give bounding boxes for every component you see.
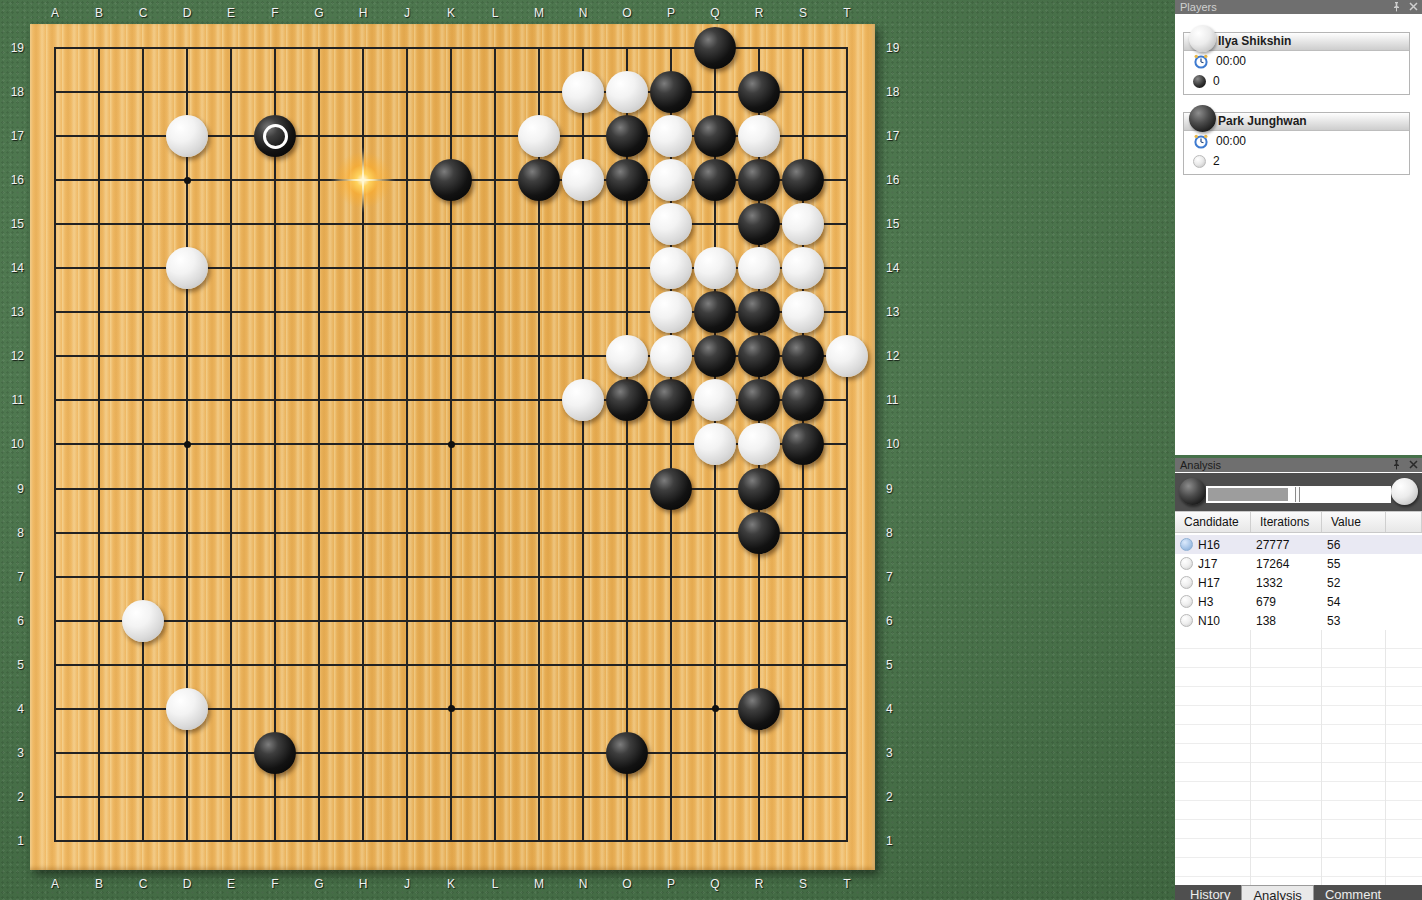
panel-tab-bar: History Analysis Comment xyxy=(1175,885,1422,900)
candidate-row-N10[interactable]: N1013853 xyxy=(1175,611,1422,630)
coordinate-label-top: K xyxy=(441,6,461,20)
grid-line xyxy=(54,840,848,842)
coordinate-label-top: J xyxy=(397,6,417,20)
white-stone-S15 xyxy=(782,203,824,245)
coordinate-label-left: 4 xyxy=(3,702,24,716)
coordinate-label-right: 18 xyxy=(886,85,910,99)
coordinate-label-right: 6 xyxy=(886,614,910,628)
candidate-row-J17[interactable]: J171726455 xyxy=(1175,554,1422,573)
column-separator xyxy=(1250,630,1251,885)
coordinate-label-top: L xyxy=(485,6,505,20)
black-stone-Q12 xyxy=(694,335,736,377)
black-stone-R16 xyxy=(738,159,780,201)
coordinate-label-left: 8 xyxy=(3,526,24,540)
tab-analysis[interactable]: Analysis xyxy=(1241,885,1313,900)
white-stone-Q14 xyxy=(694,247,736,289)
coordinate-label-right: 7 xyxy=(886,570,910,584)
coordinate-label-top: Q xyxy=(705,6,725,20)
coordinate-label-bottom: K xyxy=(441,877,461,891)
star-point xyxy=(184,441,191,448)
coordinate-label-left: 11 xyxy=(3,393,24,407)
black-stone-avatar xyxy=(1189,105,1216,132)
last-move-marker xyxy=(263,124,288,149)
coordinate-label-left: 16 xyxy=(3,173,24,187)
iterations-value: 138 xyxy=(1251,614,1322,628)
white-stone-S14 xyxy=(782,247,824,289)
coordinate-label-bottom: Q xyxy=(705,877,725,891)
coordinate-label-bottom: A xyxy=(45,877,65,891)
white-stone-P15 xyxy=(650,203,692,245)
player-time: 00:00 xyxy=(1216,134,1246,148)
white-stone-Q10 xyxy=(694,423,736,465)
grid-line xyxy=(54,576,848,578)
black-stone-Q19 xyxy=(694,27,736,69)
coordinate-label-top: C xyxy=(133,6,153,20)
players-panel-titlebar: Players xyxy=(1175,0,1422,14)
coordinate-label-top: A xyxy=(45,6,65,20)
white-stone-icon xyxy=(1391,478,1418,505)
white-stone-O12 xyxy=(606,335,648,377)
white-stone-M17 xyxy=(518,115,560,157)
captured-black-stone-icon xyxy=(1193,75,1206,88)
coordinate-label-bottom: J xyxy=(397,877,417,891)
coordinate-label-top: D xyxy=(177,6,197,20)
candidate-stone-icon xyxy=(1180,538,1193,551)
coordinate-label-right: 14 xyxy=(886,261,910,275)
black-stone-O16 xyxy=(606,159,648,201)
coordinate-label-top: G xyxy=(309,6,329,20)
coordinate-label-bottom: O xyxy=(617,877,637,891)
iterations-value: 17264 xyxy=(1251,557,1322,571)
white-stone-Q11 xyxy=(694,379,736,421)
analysis-panel-title: Analysis xyxy=(1180,458,1221,472)
grid-line xyxy=(54,664,848,666)
coordinate-label-left: 10 xyxy=(3,437,24,451)
coordinate-label-left: 2 xyxy=(3,790,24,804)
coordinate-label-top: H xyxy=(353,6,373,20)
black-stone-R13 xyxy=(738,291,780,333)
candidate-label: J17 xyxy=(1198,557,1217,571)
black-stone-Q17 xyxy=(694,115,736,157)
candidate-label: H3 xyxy=(1198,595,1213,609)
white-stone-D4 xyxy=(166,688,208,730)
star-point xyxy=(712,705,719,712)
value-value: 56 xyxy=(1322,538,1386,552)
black-stone-S11 xyxy=(782,379,824,421)
coordinate-label-right: 17 xyxy=(886,129,910,143)
candidate-row-H16[interactable]: H162777756 xyxy=(1175,535,1422,554)
winrate-fill xyxy=(1208,488,1288,501)
coordinate-label-left: 7 xyxy=(3,570,24,584)
iterations-value: 679 xyxy=(1251,595,1322,609)
coordinate-label-bottom: M xyxy=(529,877,549,891)
pin-icon[interactable] xyxy=(1391,459,1402,470)
black-stone-Q16 xyxy=(694,159,736,201)
coordinate-label-right: 8 xyxy=(886,526,910,540)
candidate-stone-icon xyxy=(1180,576,1193,589)
coordinate-label-left: 14 xyxy=(3,261,24,275)
iterations-value: 1332 xyxy=(1251,576,1322,590)
coordinate-label-top: M xyxy=(529,6,549,20)
black-stone-M16 xyxy=(518,159,560,201)
side-panel: Players Ilya Shikshin 00:00 xyxy=(1175,0,1422,900)
coordinate-label-bottom: F xyxy=(265,877,285,891)
white-stone-avatar xyxy=(1189,25,1216,52)
white-stone-R14 xyxy=(738,247,780,289)
coordinate-label-right: 9 xyxy=(886,482,910,496)
player-card-white: Ilya Shikshin 00:00 0 xyxy=(1183,32,1410,95)
analysis-panel-titlebar: Analysis xyxy=(1175,458,1422,472)
coordinate-label-right: 5 xyxy=(886,658,910,672)
white-stone-T12 xyxy=(826,335,868,377)
value-value: 55 xyxy=(1322,557,1386,571)
coordinate-label-right: 3 xyxy=(886,746,910,760)
white-stone-P14 xyxy=(650,247,692,289)
iterations-value: 27777 xyxy=(1251,538,1322,552)
black-stone-R9 xyxy=(738,468,780,510)
white-stone-N16 xyxy=(562,159,604,201)
candidate-label: H17 xyxy=(1198,576,1220,590)
white-stone-P12 xyxy=(650,335,692,377)
coordinate-label-right: 12 xyxy=(886,349,910,363)
black-stone-R15 xyxy=(738,203,780,245)
coordinate-label-bottom: D xyxy=(177,877,197,891)
clock-icon xyxy=(1193,53,1209,69)
column-separator xyxy=(1385,630,1386,885)
close-icon[interactable] xyxy=(1408,459,1419,470)
players-panel-title: Players xyxy=(1180,0,1217,14)
candidate-label: H16 xyxy=(1198,538,1220,552)
black-stone-icon xyxy=(1179,478,1206,505)
white-stone-S13 xyxy=(782,291,824,333)
star-point xyxy=(448,705,455,712)
coordinate-label-bottom: E xyxy=(221,877,241,891)
grid-line xyxy=(54,752,848,754)
coordinate-label-top: F xyxy=(265,6,285,20)
coordinate-label-left: 5 xyxy=(3,658,24,672)
black-stone-R8 xyxy=(738,512,780,554)
black-stone-R4 xyxy=(738,688,780,730)
column-header-candidate[interactable]: Candidate xyxy=(1175,512,1251,532)
grid-line xyxy=(54,532,848,534)
candidate-row-H17[interactable]: H17133252 xyxy=(1175,573,1422,592)
coordinate-label-bottom: T xyxy=(837,877,857,891)
winrate-strip xyxy=(1175,473,1422,511)
coordinate-label-right: 11 xyxy=(886,393,910,407)
coordinate-label-top: B xyxy=(89,6,109,20)
coordinate-label-bottom: G xyxy=(309,877,329,891)
coordinate-label-right: 16 xyxy=(886,173,910,187)
grid-line xyxy=(54,620,848,622)
tab-comment[interactable]: Comment xyxy=(1314,885,1392,900)
white-stone-N18 xyxy=(562,71,604,113)
coordinate-label-left: 18 xyxy=(3,85,24,99)
player-captures: 0 xyxy=(1213,74,1220,88)
star-point xyxy=(448,441,455,448)
coordinate-label-right: 2 xyxy=(886,790,910,804)
value-value: 53 xyxy=(1322,614,1386,628)
column-separator xyxy=(1321,630,1322,885)
value-value: 52 xyxy=(1322,576,1386,590)
candidate-stone-icon xyxy=(1180,595,1193,608)
coordinate-label-top: S xyxy=(793,6,813,20)
black-stone-S12 xyxy=(782,335,824,377)
go-app-window: AABBCCDDEEFFGGHHJJKKLLMMNNOOPPQQRRSSTT19… xyxy=(0,0,1422,900)
white-stone-O18 xyxy=(606,71,648,113)
coordinate-label-top: E xyxy=(221,6,241,20)
coordinate-label-right: 1 xyxy=(886,834,910,848)
value-value: 54 xyxy=(1322,595,1386,609)
coordinate-label-left: 9 xyxy=(3,482,24,496)
black-stone-R12 xyxy=(738,335,780,377)
coordinate-label-right: 13 xyxy=(886,305,910,319)
coordinate-label-bottom: P xyxy=(661,877,681,891)
candidate-stone-icon xyxy=(1180,614,1193,627)
white-stone-D14 xyxy=(166,247,208,289)
coordinate-label-right: 15 xyxy=(886,217,910,231)
coordinate-label-bottom: B xyxy=(89,877,109,891)
player-name: Park Junghwan xyxy=(1184,113,1409,131)
column-header-extra[interactable] xyxy=(1386,512,1422,532)
analysis-table-rows: H162777756J171726455H17133252H367954N101… xyxy=(1175,535,1422,630)
white-stone-D17 xyxy=(166,115,208,157)
captured-white-stone-icon xyxy=(1193,155,1206,168)
black-stone-R11 xyxy=(738,379,780,421)
tab-history[interactable]: History xyxy=(1179,885,1241,900)
coordinate-label-bottom: N xyxy=(573,877,593,891)
players-panel-body: Ilya Shikshin 00:00 0 Park Junghwan xyxy=(1175,14,1422,455)
white-stone-R17 xyxy=(738,115,780,157)
coordinate-label-bottom: R xyxy=(749,877,769,891)
coordinate-label-right: 19 xyxy=(886,41,910,55)
candidate-label: N10 xyxy=(1198,614,1220,628)
coordinate-label-right: 10 xyxy=(886,437,910,451)
coordinate-label-bottom: L xyxy=(485,877,505,891)
black-stone-P9 xyxy=(650,468,692,510)
coordinate-label-top: O xyxy=(617,6,637,20)
black-stone-F17 xyxy=(254,115,296,157)
black-stone-Q13 xyxy=(694,291,736,333)
close-icon[interactable] xyxy=(1408,1,1419,12)
white-stone-N11 xyxy=(562,379,604,421)
winrate-cursor[interactable] xyxy=(1295,487,1300,502)
analysis-table-header: CandidateIterationsValue xyxy=(1175,511,1422,533)
grid-line xyxy=(494,47,496,842)
candidate-row-H3[interactable]: H367954 xyxy=(1175,592,1422,611)
coordinate-label-left: 15 xyxy=(3,217,24,231)
coordinate-label-left: 12 xyxy=(3,349,24,363)
black-stone-P18 xyxy=(650,71,692,113)
coordinate-label-left: 1 xyxy=(3,834,24,848)
black-stone-O11 xyxy=(606,379,648,421)
player-card-black: Park Junghwan 00:00 2 xyxy=(1183,112,1410,175)
coordinate-label-left: 13 xyxy=(3,305,24,319)
coordinate-label-top: P xyxy=(661,6,681,20)
black-stone-S10 xyxy=(782,423,824,465)
clock-icon xyxy=(1193,133,1209,149)
white-stone-P16 xyxy=(650,159,692,201)
black-stone-S16 xyxy=(782,159,824,201)
winrate-bar[interactable] xyxy=(1206,486,1391,503)
white-stone-R10 xyxy=(738,423,780,465)
player-name: Ilya Shikshin xyxy=(1184,33,1409,51)
coordinate-label-bottom: H xyxy=(353,877,373,891)
star-point xyxy=(184,177,191,184)
coordinate-label-top: R xyxy=(749,6,769,20)
pin-icon[interactable] xyxy=(1391,1,1402,12)
column-header-iterations[interactable]: Iterations xyxy=(1251,512,1322,532)
white-stone-P17 xyxy=(650,115,692,157)
black-stone-K16 xyxy=(430,159,472,201)
black-stone-F3 xyxy=(254,732,296,774)
player-time: 00:00 xyxy=(1216,54,1246,68)
white-stone-C6 xyxy=(122,600,164,642)
black-stone-R18 xyxy=(738,71,780,113)
grid-line xyxy=(54,488,848,490)
candidate-stone-icon xyxy=(1180,557,1193,570)
coordinate-label-bottom: S xyxy=(793,877,813,891)
column-header-value[interactable]: Value xyxy=(1322,512,1386,532)
coordinate-label-left: 3 xyxy=(3,746,24,760)
coordinate-label-left: 17 xyxy=(3,129,24,143)
black-stone-P11 xyxy=(650,379,692,421)
coordinate-label-top: T xyxy=(837,6,857,20)
coordinate-label-left: 19 xyxy=(3,41,24,55)
coordinate-label-top: N xyxy=(573,6,593,20)
coordinate-label-left: 6 xyxy=(3,614,24,628)
grid-line xyxy=(54,796,848,798)
grid-line xyxy=(846,47,848,842)
player-captures: 2 xyxy=(1213,154,1220,168)
go-board[interactable] xyxy=(30,24,875,870)
black-stone-O3 xyxy=(606,732,648,774)
black-stone-O17 xyxy=(606,115,648,157)
coordinate-label-right: 4 xyxy=(886,702,910,716)
white-stone-P13 xyxy=(650,291,692,333)
analysis-table-empty-area xyxy=(1175,630,1422,885)
coordinate-label-bottom: C xyxy=(133,877,153,891)
